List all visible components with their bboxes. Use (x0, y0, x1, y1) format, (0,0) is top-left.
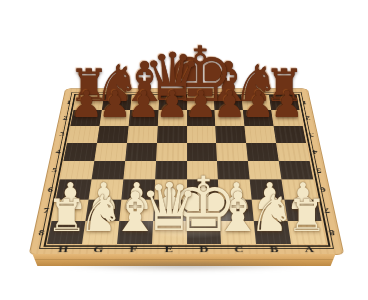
square-c5 (217, 161, 250, 180)
square-b5 (248, 161, 282, 180)
square-b7 (252, 200, 288, 221)
file-label-e: E (151, 245, 186, 255)
square-d6 (187, 180, 220, 200)
square-g6 (88, 180, 123, 200)
square-g8 (82, 221, 119, 244)
rank-label-right-3: 3 (304, 126, 318, 143)
square-e6 (154, 180, 187, 200)
square-a8 (288, 221, 326, 244)
square-e7 (153, 200, 187, 221)
rank-label-right-4: 4 (308, 143, 322, 161)
square-b8 (254, 221, 291, 244)
file-label-h: H (45, 245, 82, 255)
square-f6 (121, 180, 155, 200)
file-label-f: F (116, 245, 152, 255)
square-d4 (187, 143, 218, 161)
square-g2 (99, 110, 130, 126)
square-h5 (60, 161, 95, 180)
square-d5 (187, 161, 219, 180)
board-shadow (62, 262, 306, 271)
square-h1 (73, 95, 103, 110)
square-e2 (157, 110, 186, 126)
square-e8 (152, 221, 187, 244)
square-g5 (91, 161, 125, 180)
square-d3 (187, 126, 217, 143)
board-grid (47, 95, 326, 244)
square-e5 (155, 161, 187, 180)
square-f7 (119, 200, 154, 221)
chess-board: 12345678 12345678 HGFEDCBA (29, 88, 345, 255)
square-b1 (242, 95, 272, 110)
square-a6 (282, 180, 318, 200)
file-label-g: G (80, 245, 116, 255)
file-label-c: C (221, 245, 257, 255)
square-f3 (127, 126, 158, 143)
square-d2 (187, 110, 216, 126)
square-f2 (128, 110, 158, 126)
square-d1 (187, 95, 215, 110)
square-a5 (279, 161, 314, 180)
square-c1 (214, 95, 243, 110)
file-label-d: D (187, 245, 222, 255)
square-g1 (102, 95, 132, 110)
square-f8 (117, 221, 153, 244)
square-b2 (243, 110, 274, 126)
rank-label-right-7: 7 (319, 200, 335, 221)
rank-label-right-6: 6 (315, 180, 330, 200)
rank-label-right-1: 1 (298, 95, 311, 110)
square-c4 (216, 143, 248, 161)
file-label-a: A (291, 245, 328, 255)
square-a2 (271, 110, 302, 126)
square-f1 (130, 95, 159, 110)
square-a3 (274, 126, 306, 143)
square-g4 (94, 143, 127, 161)
square-h2 (70, 110, 101, 126)
square-h3 (67, 126, 99, 143)
square-c2 (215, 110, 245, 126)
square-c7 (219, 200, 254, 221)
square-h7 (52, 200, 89, 221)
square-h6 (56, 180, 92, 200)
file-label-b: B (256, 245, 292, 255)
square-e3 (157, 126, 187, 143)
square-h8 (47, 221, 85, 244)
rank-label-right-2: 2 (301, 110, 314, 126)
square-b6 (250, 180, 285, 200)
square-e4 (156, 143, 187, 161)
square-e1 (158, 95, 186, 110)
rank-label-right-8: 8 (323, 221, 340, 244)
square-c3 (216, 126, 247, 143)
square-h4 (63, 143, 96, 161)
square-c6 (218, 180, 252, 200)
square-f4 (125, 143, 157, 161)
square-g3 (97, 126, 129, 143)
square-d8 (187, 221, 222, 244)
file-labels-bottom: HGFEDCBA (45, 245, 328, 255)
rank-label-right-5: 5 (311, 161, 326, 180)
square-c8 (220, 221, 256, 244)
square-b4 (246, 143, 279, 161)
square-a4 (276, 143, 309, 161)
square-g7 (85, 200, 121, 221)
square-d7 (187, 200, 221, 221)
square-f5 (123, 161, 156, 180)
square-b3 (245, 126, 277, 143)
square-a1 (269, 95, 299, 110)
chess-set-photo: 12345678 12345678 HGFEDCBA ♜♞♝♚♛♝♞♜♟♟♟♟♟… (0, 0, 368, 300)
square-a7 (285, 200, 322, 221)
